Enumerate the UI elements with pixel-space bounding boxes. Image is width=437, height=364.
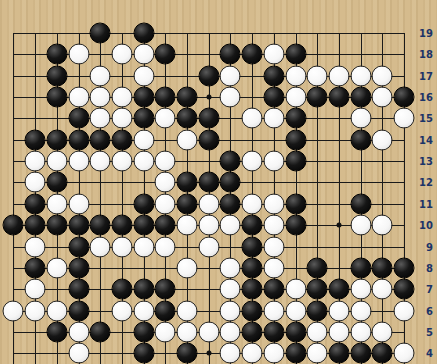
stone-white[interactable] xyxy=(263,215,284,236)
stone-black[interactable] xyxy=(90,129,111,150)
stone-white[interactable] xyxy=(285,65,306,86)
stone-white[interactable] xyxy=(111,44,132,65)
stone-black[interactable] xyxy=(177,193,198,214)
stone-black[interactable] xyxy=(133,108,154,129)
stone-white[interactable] xyxy=(263,257,284,278)
stone-black[interactable] xyxy=(155,279,176,300)
stone-white[interactable] xyxy=(25,172,46,193)
stone-black[interactable] xyxy=(68,236,89,257)
stone-white[interactable] xyxy=(155,193,176,214)
grid-horizontal-line xyxy=(13,33,405,34)
stone-white[interactable] xyxy=(25,236,46,257)
stone-white[interactable] xyxy=(155,236,176,257)
stone-black[interactable] xyxy=(133,215,154,236)
stone-black[interactable] xyxy=(25,215,46,236)
row-coordinate-label: 10 xyxy=(407,220,433,231)
stone-black[interactable] xyxy=(285,343,306,364)
stone-black[interactable] xyxy=(350,193,371,214)
stone-black[interactable] xyxy=(285,151,306,172)
stone-white[interactable] xyxy=(133,129,154,150)
stone-black[interactable] xyxy=(242,300,263,321)
stone-white[interactable] xyxy=(90,236,111,257)
stone-white[interactable] xyxy=(263,108,284,129)
stone-black[interactable] xyxy=(372,257,393,278)
row-coordinate-label: 7 xyxy=(407,284,433,295)
stone-black[interactable] xyxy=(307,87,328,108)
stone-white[interactable] xyxy=(350,321,371,342)
stone-white[interactable] xyxy=(372,65,393,86)
row-coordinate-label: 17 xyxy=(407,70,433,81)
stone-white[interactable] xyxy=(46,300,67,321)
stone-black[interactable] xyxy=(220,151,241,172)
stone-white[interactable] xyxy=(220,343,241,364)
row-coordinate-label: 12 xyxy=(407,177,433,188)
stone-white[interactable] xyxy=(68,343,89,364)
stone-white[interactable] xyxy=(220,321,241,342)
stone-white[interactable] xyxy=(242,151,263,172)
stone-white[interactable] xyxy=(68,44,89,65)
stone-black[interactable] xyxy=(90,215,111,236)
stone-black[interactable] xyxy=(242,44,263,65)
stone-black[interactable] xyxy=(111,279,132,300)
stone-white[interactable] xyxy=(220,215,241,236)
row-coordinate-label: 19 xyxy=(407,28,433,39)
stone-black[interactable] xyxy=(307,279,328,300)
stone-white[interactable] xyxy=(177,257,198,278)
stone-black[interactable] xyxy=(133,193,154,214)
stone-white[interactable] xyxy=(220,300,241,321)
stone-black[interactable] xyxy=(68,129,89,150)
stone-white[interactable] xyxy=(90,108,111,129)
stone-black[interactable] xyxy=(133,343,154,364)
stone-white[interactable] xyxy=(177,321,198,342)
stone-black[interactable] xyxy=(285,215,306,236)
stone-black[interactable] xyxy=(111,129,132,150)
stone-white[interactable] xyxy=(198,321,219,342)
star-point xyxy=(336,223,341,228)
stone-black[interactable] xyxy=(177,87,198,108)
row-coordinate-label: 16 xyxy=(407,92,433,103)
stone-white[interactable] xyxy=(350,108,371,129)
stone-white[interactable] xyxy=(350,279,371,300)
stone-white[interactable] xyxy=(350,300,371,321)
stone-black[interactable] xyxy=(177,343,198,364)
stone-black[interactable] xyxy=(155,300,176,321)
stone-white[interactable] xyxy=(372,215,393,236)
stone-black[interactable] xyxy=(68,279,89,300)
stone-black[interactable] xyxy=(263,321,284,342)
stone-black[interactable] xyxy=(155,44,176,65)
stone-black[interactable] xyxy=(242,321,263,342)
stone-black[interactable] xyxy=(285,108,306,129)
stone-white[interactable] xyxy=(25,279,46,300)
stone-black[interactable] xyxy=(198,108,219,129)
stone-white[interactable] xyxy=(242,108,263,129)
stone-black[interactable] xyxy=(46,44,67,65)
stone-white[interactable] xyxy=(285,279,306,300)
stone-black[interactable] xyxy=(90,321,111,342)
row-coordinate-label: 4 xyxy=(407,348,433,359)
stone-white[interactable] xyxy=(263,193,284,214)
row-coordinate-label: 8 xyxy=(407,262,433,273)
stone-black[interactable] xyxy=(133,87,154,108)
stone-black[interactable] xyxy=(25,193,46,214)
stone-black[interactable] xyxy=(90,23,111,44)
stone-black[interactable] xyxy=(133,23,154,44)
stone-black[interactable] xyxy=(242,215,263,236)
stone-black[interactable] xyxy=(350,129,371,150)
stone-black[interactable] xyxy=(220,193,241,214)
stone-black[interactable] xyxy=(242,236,263,257)
go-board-screenshot: 19181716151413121110987654 xyxy=(0,0,437,364)
stone-black[interactable] xyxy=(220,44,241,65)
stone-white[interactable] xyxy=(263,236,284,257)
stone-white[interactable] xyxy=(198,193,219,214)
stone-white[interactable] xyxy=(285,87,306,108)
row-coordinate-label: 15 xyxy=(407,113,433,124)
stone-black[interactable] xyxy=(155,215,176,236)
stone-white[interactable] xyxy=(220,279,241,300)
stone-black[interactable] xyxy=(285,321,306,342)
stone-white[interactable] xyxy=(328,65,349,86)
stone-white[interactable] xyxy=(3,300,24,321)
stone-white[interactable] xyxy=(25,300,46,321)
row-coordinate-label: 9 xyxy=(407,241,433,252)
stone-white[interactable] xyxy=(133,65,154,86)
stone-white[interactable] xyxy=(372,129,393,150)
stone-black[interactable] xyxy=(350,257,371,278)
stone-white[interactable] xyxy=(328,300,349,321)
stone-black[interactable] xyxy=(350,343,371,364)
stone-white[interactable] xyxy=(111,151,132,172)
stone-white[interactable] xyxy=(133,151,154,172)
stone-white[interactable] xyxy=(177,129,198,150)
stone-black[interactable] xyxy=(177,172,198,193)
stone-black[interactable] xyxy=(111,215,132,236)
stone-black[interactable] xyxy=(46,65,67,86)
stone-white[interactable] xyxy=(111,87,132,108)
star-point xyxy=(206,95,211,100)
stone-white[interactable] xyxy=(111,236,132,257)
stone-white[interactable] xyxy=(46,151,67,172)
stone-black[interactable] xyxy=(68,257,89,278)
stone-black[interactable] xyxy=(198,65,219,86)
row-coordinate-label: 14 xyxy=(407,134,433,145)
stone-black[interactable] xyxy=(263,65,284,86)
stone-white[interactable] xyxy=(307,343,328,364)
row-coordinate-label: 5 xyxy=(407,326,433,337)
stone-white[interactable] xyxy=(90,65,111,86)
stone-white[interactable] xyxy=(328,321,349,342)
stone-white[interactable] xyxy=(155,172,176,193)
stone-white[interactable] xyxy=(25,151,46,172)
stone-white[interactable] xyxy=(307,65,328,86)
stone-white[interactable] xyxy=(242,343,263,364)
stone-white[interactable] xyxy=(68,193,89,214)
stone-white[interactable] xyxy=(372,279,393,300)
stone-white[interactable] xyxy=(350,215,371,236)
stone-white[interactable] xyxy=(263,44,284,65)
stone-black[interactable] xyxy=(46,321,67,342)
stone-black[interactable] xyxy=(46,129,67,150)
stone-black[interactable] xyxy=(263,279,284,300)
stone-white[interactable] xyxy=(111,300,132,321)
stone-white[interactable] xyxy=(372,321,393,342)
stone-black[interactable] xyxy=(328,87,349,108)
row-coordinate-label: 18 xyxy=(407,49,433,60)
stone-white[interactable] xyxy=(242,193,263,214)
stone-white[interactable] xyxy=(198,236,219,257)
stone-white[interactable] xyxy=(155,321,176,342)
stone-black[interactable] xyxy=(198,129,219,150)
stone-white[interactable] xyxy=(220,65,241,86)
stone-black[interactable] xyxy=(242,257,263,278)
stone-white[interactable] xyxy=(133,300,154,321)
stone-black[interactable] xyxy=(307,257,328,278)
stone-black[interactable] xyxy=(46,172,67,193)
stone-black[interactable] xyxy=(285,129,306,150)
stone-white[interactable] xyxy=(133,44,154,65)
stone-black[interactable] xyxy=(25,257,46,278)
stone-black[interactable] xyxy=(372,343,393,364)
stone-white[interactable] xyxy=(46,193,67,214)
stone-black[interactable] xyxy=(285,193,306,214)
stone-white[interactable] xyxy=(177,300,198,321)
stone-black[interactable] xyxy=(133,321,154,342)
stone-black[interactable] xyxy=(177,108,198,129)
stone-black[interactable] xyxy=(3,215,24,236)
stone-white[interactable] xyxy=(155,108,176,129)
stone-black[interactable] xyxy=(285,44,306,65)
stone-white[interactable] xyxy=(46,257,67,278)
row-coordinate-label: 13 xyxy=(407,156,433,167)
stone-white[interactable] xyxy=(68,151,89,172)
stone-black[interactable] xyxy=(68,108,89,129)
stone-white[interactable] xyxy=(263,300,284,321)
stone-black[interactable] xyxy=(220,172,241,193)
row-coordinate-label: 11 xyxy=(407,198,433,209)
stone-white[interactable] xyxy=(220,257,241,278)
stone-black[interactable] xyxy=(242,279,263,300)
stone-white[interactable] xyxy=(68,87,89,108)
stone-white[interactable] xyxy=(90,87,111,108)
stone-white[interactable] xyxy=(155,151,176,172)
star-point xyxy=(206,351,211,356)
stone-black[interactable] xyxy=(46,215,67,236)
stone-black[interactable] xyxy=(68,215,89,236)
stone-white[interactable] xyxy=(198,215,219,236)
stone-white[interactable] xyxy=(177,215,198,236)
stone-white[interactable] xyxy=(350,65,371,86)
stone-black[interactable] xyxy=(350,87,371,108)
stone-white[interactable] xyxy=(111,108,132,129)
stone-black[interactable] xyxy=(46,87,67,108)
row-coordinate-label: 6 xyxy=(407,305,433,316)
stone-white[interactable] xyxy=(133,236,154,257)
stone-black[interactable] xyxy=(133,279,154,300)
stone-black[interactable] xyxy=(155,87,176,108)
stone-white[interactable] xyxy=(372,87,393,108)
stone-white[interactable] xyxy=(68,321,89,342)
stone-white[interactable] xyxy=(307,321,328,342)
stone-black[interactable] xyxy=(68,300,89,321)
stone-black[interactable] xyxy=(328,279,349,300)
stone-white[interactable] xyxy=(220,87,241,108)
stone-white[interactable] xyxy=(263,151,284,172)
stone-black[interactable] xyxy=(307,300,328,321)
stone-black[interactable] xyxy=(328,343,349,364)
stone-black[interactable] xyxy=(263,87,284,108)
stone-black[interactable] xyxy=(25,129,46,150)
stone-black[interactable] xyxy=(198,172,219,193)
stone-white[interactable] xyxy=(285,300,306,321)
stone-white[interactable] xyxy=(263,343,284,364)
stone-white[interactable] xyxy=(90,151,111,172)
